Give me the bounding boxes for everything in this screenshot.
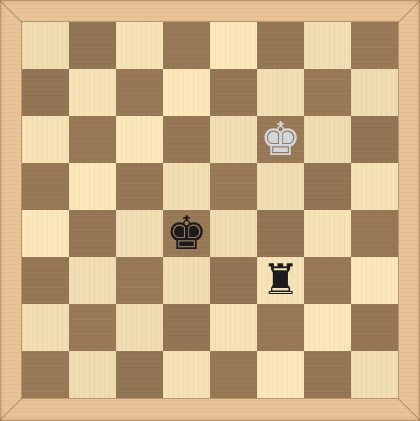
frame-miter-bottom-left (0, 397, 23, 421)
square-g3[interactable] (304, 257, 351, 304)
square-g7[interactable] (304, 69, 351, 116)
square-b7[interactable] (69, 69, 116, 116)
white-king[interactable]: ♚ (260, 116, 301, 162)
square-h8[interactable] (351, 22, 398, 69)
square-c7[interactable] (116, 69, 163, 116)
square-e6[interactable] (210, 116, 257, 163)
square-d5[interactable] (163, 163, 210, 210)
square-b3[interactable] (69, 257, 116, 304)
square-a4[interactable] (22, 210, 69, 257)
chess-board: ♚♚♜ (22, 22, 398, 398)
square-f2[interactable] (257, 304, 304, 351)
square-e5[interactable] (210, 163, 257, 210)
square-b5[interactable] (69, 163, 116, 210)
square-g2[interactable] (304, 304, 351, 351)
square-b2[interactable] (69, 304, 116, 351)
frame-miter-top-left (0, 0, 23, 24)
square-c5[interactable] (116, 163, 163, 210)
square-c8[interactable] (116, 22, 163, 69)
frame-miter-top-right (397, 0, 420, 24)
square-d4[interactable]: ♚ (163, 210, 210, 257)
square-d8[interactable] (163, 22, 210, 69)
black-king[interactable]: ♚ (166, 210, 207, 256)
square-f4[interactable] (257, 210, 304, 257)
square-d7[interactable] (163, 69, 210, 116)
square-b4[interactable] (69, 210, 116, 257)
square-b8[interactable] (69, 22, 116, 69)
square-h7[interactable] (351, 69, 398, 116)
square-f6[interactable]: ♚ (257, 116, 304, 163)
square-a3[interactable] (22, 257, 69, 304)
square-d2[interactable] (163, 304, 210, 351)
square-h3[interactable] (351, 257, 398, 304)
square-f5[interactable] (257, 163, 304, 210)
square-g5[interactable] (304, 163, 351, 210)
square-h5[interactable] (351, 163, 398, 210)
frame-miter-bottom-right (397, 397, 420, 421)
square-a1[interactable] (22, 351, 69, 398)
square-e3[interactable] (210, 257, 257, 304)
square-f8[interactable] (257, 22, 304, 69)
square-a7[interactable] (22, 69, 69, 116)
square-h2[interactable] (351, 304, 398, 351)
square-f3[interactable]: ♜ (257, 257, 304, 304)
square-d6[interactable] (163, 116, 210, 163)
square-c6[interactable] (116, 116, 163, 163)
black-rook[interactable]: ♜ (262, 259, 300, 301)
square-g6[interactable] (304, 116, 351, 163)
square-g8[interactable] (304, 22, 351, 69)
square-a5[interactable] (22, 163, 69, 210)
square-h6[interactable] (351, 116, 398, 163)
square-f7[interactable] (257, 69, 304, 116)
chessboard-photo: ♚♚♜ (0, 0, 420, 421)
square-e2[interactable] (210, 304, 257, 351)
square-h1[interactable] (351, 351, 398, 398)
square-a8[interactable] (22, 22, 69, 69)
square-e8[interactable] (210, 22, 257, 69)
square-a2[interactable] (22, 304, 69, 351)
square-f1[interactable] (257, 351, 304, 398)
square-c1[interactable] (116, 351, 163, 398)
square-c3[interactable] (116, 257, 163, 304)
square-g4[interactable] (304, 210, 351, 257)
square-g1[interactable] (304, 351, 351, 398)
square-b1[interactable] (69, 351, 116, 398)
square-c2[interactable] (116, 304, 163, 351)
square-h4[interactable] (351, 210, 398, 257)
square-d1[interactable] (163, 351, 210, 398)
board-frame: ♚♚♜ (0, 0, 420, 421)
square-a6[interactable] (22, 116, 69, 163)
square-e7[interactable] (210, 69, 257, 116)
square-c4[interactable] (116, 210, 163, 257)
square-e4[interactable] (210, 210, 257, 257)
square-b6[interactable] (69, 116, 116, 163)
square-e1[interactable] (210, 351, 257, 398)
square-d3[interactable] (163, 257, 210, 304)
